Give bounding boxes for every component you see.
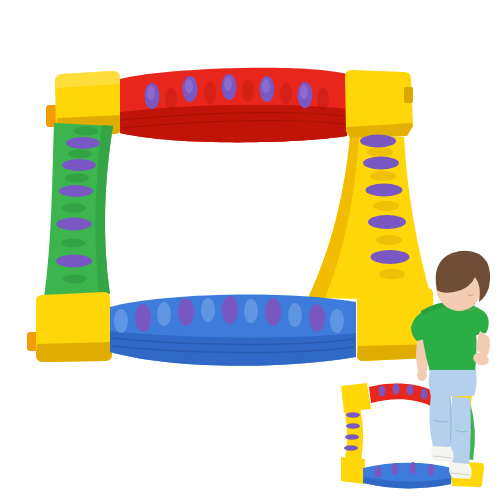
beam-bottom-blue [110, 294, 356, 365]
inset-beam-top [369, 384, 433, 407]
inset-beam-left [344, 408, 363, 461]
inset-corner-bottom-left [341, 457, 365, 484]
child-left-hand [417, 369, 427, 381]
main-frame [27, 68, 442, 366]
inset-corner-top-left [341, 383, 371, 412]
balance-beam-illustration [0, 0, 500, 500]
product-photo-canvas [0, 0, 500, 500]
beam-left-green [44, 123, 113, 298]
inset-beam-bottom [363, 462, 452, 488]
child-right-forearm [477, 331, 490, 356]
corner-bottom-left [27, 292, 112, 362]
corner-clip-tab-right [404, 87, 413, 103]
beam-top-red [120, 68, 347, 143]
